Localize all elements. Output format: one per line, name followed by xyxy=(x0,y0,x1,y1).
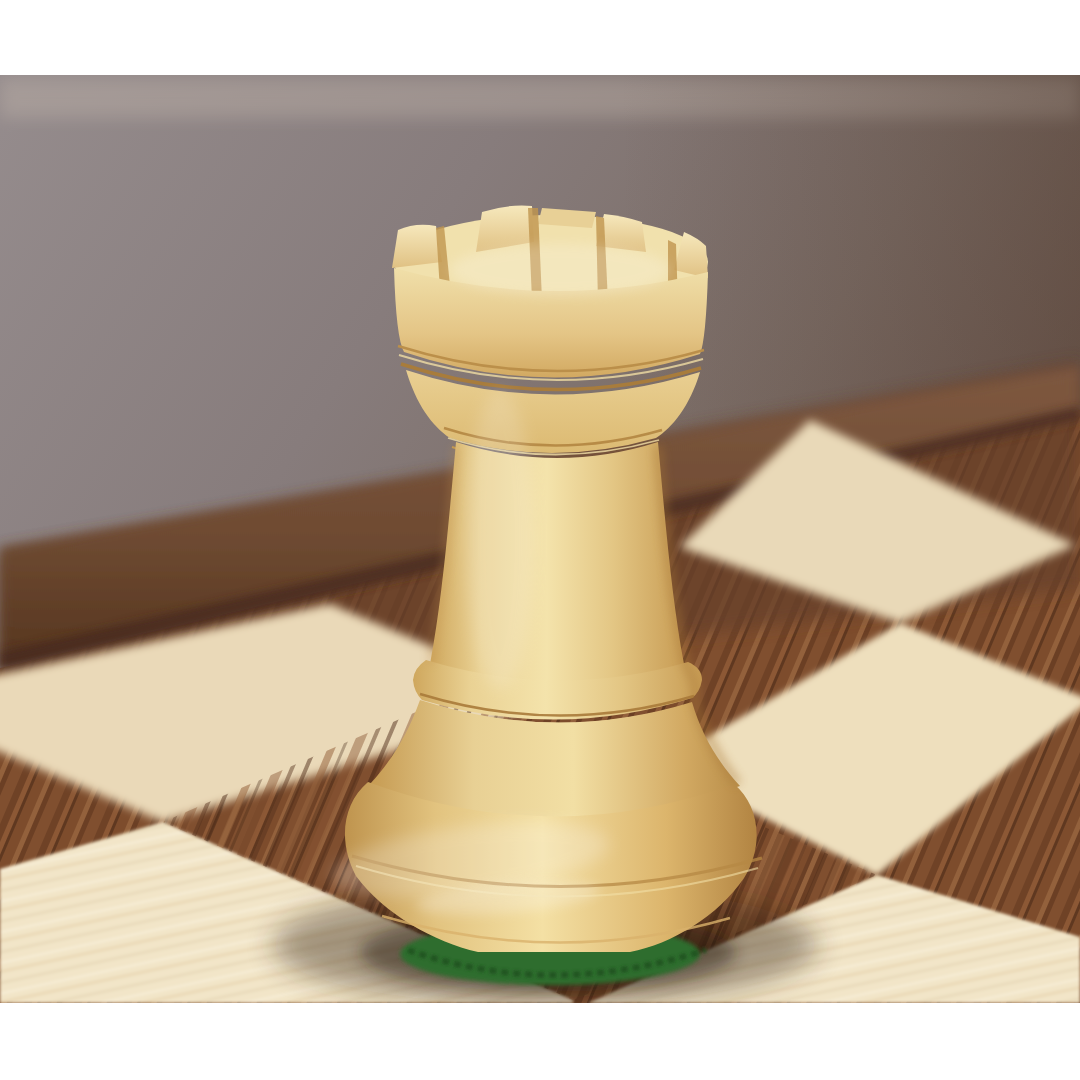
photo-canvas xyxy=(0,0,1080,1080)
product-photo xyxy=(0,0,1080,1080)
top-white-bar xyxy=(0,0,1080,75)
bottom-white-bar xyxy=(0,1003,1080,1080)
